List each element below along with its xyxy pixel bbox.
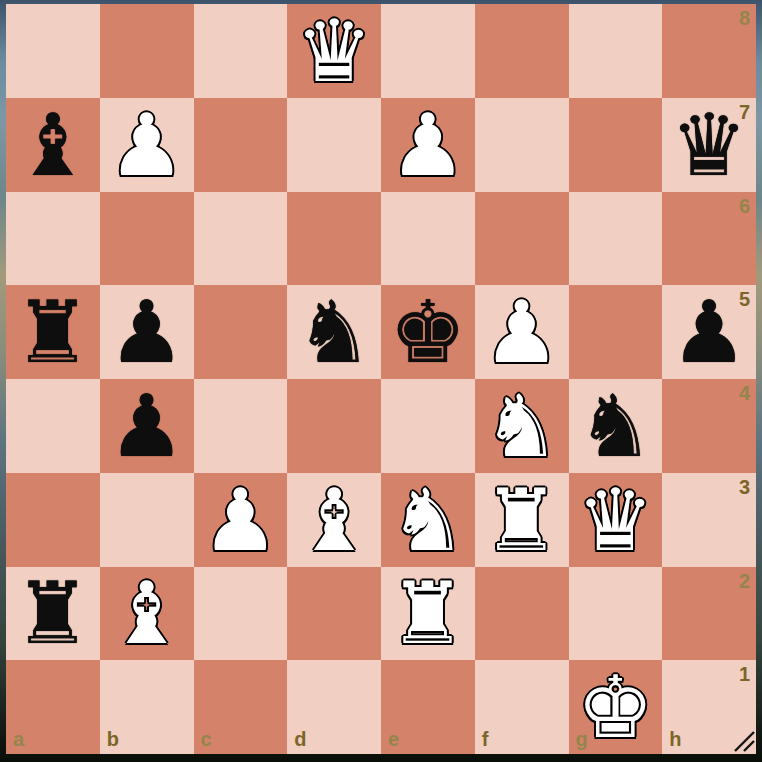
square-c3[interactable]: ♟ <box>194 473 288 567</box>
square-g4[interactable]: ♞ <box>569 379 663 473</box>
square-a3[interactable] <box>6 473 100 567</box>
square-e2[interactable]: ♜ <box>381 567 475 661</box>
coord-rank-2: 2 <box>739 570 750 593</box>
square-h3[interactable]: 3 <box>662 473 756 567</box>
piece-white-pawn[interactable]: ♟ <box>475 285 569 379</box>
piece-white-bishop[interactable]: ♝ <box>287 473 381 567</box>
square-a2[interactable]: ♜ <box>6 567 100 661</box>
square-g6[interactable] <box>569 192 663 286</box>
square-c4[interactable] <box>194 379 288 473</box>
square-g3[interactable]: ♛ <box>569 473 663 567</box>
square-b3[interactable] <box>100 473 194 567</box>
square-h6[interactable]: 6 <box>662 192 756 286</box>
coord-file-h: h <box>669 728 681 751</box>
square-a7[interactable]: ♝ <box>6 98 100 192</box>
square-f2[interactable] <box>475 567 569 661</box>
square-g5[interactable] <box>569 285 663 379</box>
coord-file-c: c <box>201 728 212 751</box>
coord-rank-1: 1 <box>739 663 750 686</box>
square-f6[interactable] <box>475 192 569 286</box>
square-e1[interactable]: e <box>381 660 475 754</box>
square-b6[interactable] <box>100 192 194 286</box>
square-b5[interactable]: ♟ <box>100 285 194 379</box>
piece-black-pawn[interactable]: ♟ <box>100 379 194 473</box>
square-e8[interactable] <box>381 4 475 98</box>
square-e5[interactable]: ♚ <box>381 285 475 379</box>
square-a6[interactable] <box>6 192 100 286</box>
piece-black-pawn[interactable]: ♟ <box>100 285 194 379</box>
square-e4[interactable] <box>381 379 475 473</box>
piece-black-pawn[interactable]: ♟ <box>662 285 756 379</box>
square-g2[interactable] <box>569 567 663 661</box>
square-b7[interactable]: ♟ <box>100 98 194 192</box>
square-c1[interactable]: c <box>194 660 288 754</box>
piece-white-rook[interactable]: ♜ <box>381 567 475 661</box>
piece-black-rook[interactable]: ♜ <box>6 285 100 379</box>
piece-white-queen[interactable]: ♛ <box>569 473 663 567</box>
square-h4[interactable]: 4 <box>662 379 756 473</box>
piece-white-rook[interactable]: ♜ <box>475 473 569 567</box>
square-f4[interactable]: ♞ <box>475 379 569 473</box>
coord-file-b: b <box>107 728 119 751</box>
square-d1[interactable]: d <box>287 660 381 754</box>
square-f3[interactable]: ♜ <box>475 473 569 567</box>
square-h5[interactable]: ♟5 <box>662 285 756 379</box>
square-c5[interactable] <box>194 285 288 379</box>
square-d2[interactable] <box>287 567 381 661</box>
square-b1[interactable]: b <box>100 660 194 754</box>
square-b4[interactable]: ♟ <box>100 379 194 473</box>
piece-black-knight[interactable]: ♞ <box>569 379 663 473</box>
square-b8[interactable] <box>100 4 194 98</box>
piece-white-pawn[interactable]: ♟ <box>194 473 288 567</box>
square-b2[interactable]: ♝ <box>100 567 194 661</box>
coord-file-f: f <box>482 728 489 751</box>
piece-black-knight[interactable]: ♞ <box>287 285 381 379</box>
square-a8[interactable] <box>6 4 100 98</box>
square-d3[interactable]: ♝ <box>287 473 381 567</box>
resize-handle-icon[interactable] <box>733 730 755 752</box>
square-d8[interactable]: ♛ <box>287 4 381 98</box>
piece-white-bishop[interactable]: ♝ <box>100 567 194 661</box>
piece-white-king[interactable]: ♚ <box>569 660 663 754</box>
square-d5[interactable]: ♞ <box>287 285 381 379</box>
square-c6[interactable] <box>194 192 288 286</box>
coord-file-e: e <box>388 728 399 751</box>
coord-file-d: d <box>294 728 306 751</box>
coord-rank-4: 4 <box>739 382 750 405</box>
square-a5[interactable]: ♜ <box>6 285 100 379</box>
square-a4[interactable] <box>6 379 100 473</box>
piece-black-queen[interactable]: ♛ <box>662 98 756 192</box>
piece-black-king[interactable]: ♚ <box>381 285 475 379</box>
square-e3[interactable]: ♞ <box>381 473 475 567</box>
square-f1[interactable]: f <box>475 660 569 754</box>
desktop-background: { "game": "chess", "window": { "width": … <box>0 0 762 762</box>
square-f7[interactable] <box>475 98 569 192</box>
square-g8[interactable] <box>569 4 663 98</box>
square-f5[interactable]: ♟ <box>475 285 569 379</box>
square-h8[interactable]: 8 <box>662 4 756 98</box>
square-d6[interactable] <box>287 192 381 286</box>
square-c2[interactable] <box>194 567 288 661</box>
coord-rank-3: 3 <box>739 476 750 499</box>
square-e7[interactable]: ♟ <box>381 98 475 192</box>
square-c7[interactable] <box>194 98 288 192</box>
square-g1[interactable]: ♚g <box>569 660 663 754</box>
coord-file-a: a <box>13 728 24 751</box>
square-f8[interactable] <box>475 4 569 98</box>
square-g7[interactable] <box>569 98 663 192</box>
piece-white-knight[interactable]: ♞ <box>475 379 569 473</box>
chess-board: ♛8♝♟♟♛76♜♟♞♚♟♟5♟♞♞4♟♝♞♜♛3♜♝♜2abcdef♚g1h <box>6 4 756 754</box>
square-h2[interactable]: 2 <box>662 567 756 661</box>
square-e6[interactable] <box>381 192 475 286</box>
square-d7[interactable] <box>287 98 381 192</box>
piece-black-bishop[interactable]: ♝ <box>6 98 100 192</box>
square-h7[interactable]: ♛7 <box>662 98 756 192</box>
square-a1[interactable]: a <box>6 660 100 754</box>
piece-black-rook[interactable]: ♜ <box>6 567 100 661</box>
square-c8[interactable] <box>194 4 288 98</box>
piece-white-queen[interactable]: ♛ <box>287 4 381 98</box>
piece-white-pawn[interactable]: ♟ <box>381 98 475 192</box>
coord-rank-8: 8 <box>739 7 750 30</box>
piece-white-pawn[interactable]: ♟ <box>100 98 194 192</box>
coord-rank-6: 6 <box>739 195 750 218</box>
piece-white-knight[interactable]: ♞ <box>381 473 475 567</box>
square-d4[interactable] <box>287 379 381 473</box>
